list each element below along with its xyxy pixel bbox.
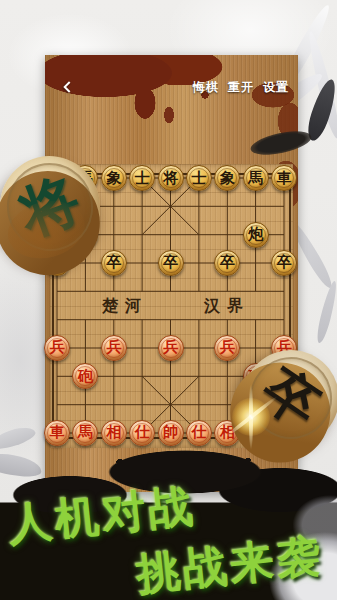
- piece-black-車[interactable]: 車: [271, 165, 297, 191]
- piece-red-兵[interactable]: 兵: [158, 335, 184, 361]
- piece-character: 士: [191, 171, 206, 186]
- piece-black-卒[interactable]: 卒: [101, 250, 127, 276]
- piece-black-卒[interactable]: 卒: [158, 250, 184, 276]
- piece-red-兵[interactable]: 兵: [44, 335, 70, 361]
- piece-red-帥[interactable]: 帥: [158, 420, 184, 446]
- river-label-chu: 楚河: [102, 296, 148, 317]
- piece-character: 馬: [248, 171, 263, 186]
- piece-character: 仕: [191, 425, 206, 440]
- piece-character: 象: [220, 171, 235, 186]
- undo-button[interactable]: 悔棋: [193, 79, 219, 96]
- piece-black-炮[interactable]: 炮: [243, 222, 269, 248]
- piece-character: 卒: [106, 255, 121, 270]
- piece-character: 車: [277, 171, 292, 186]
- piece-character: 馬: [78, 425, 93, 440]
- piece-red-兵[interactable]: 兵: [101, 335, 127, 361]
- piece-character: 炮: [248, 227, 263, 242]
- piece-red-車[interactable]: 車: [44, 420, 70, 446]
- piece-character: 士: [135, 171, 150, 186]
- menu-bar: 悔棋 重开 设置: [193, 79, 289, 96]
- piece-character: 卒: [277, 255, 292, 270]
- back-button[interactable]: [60, 79, 78, 97]
- piece-character: 卒: [220, 255, 235, 270]
- top-bar: 悔棋 重开 设置: [45, 77, 298, 99]
- piece-character: 象: [106, 171, 121, 186]
- piece-black-馬[interactable]: 馬: [243, 165, 269, 191]
- screenshot-canvas: 悔棋 重开 设置 楚河 汉界 車馬象士将士象馬車炮炮卒卒卒卒卒兵兵兵兵兵砲砲車馬…: [0, 0, 337, 600]
- settings-button[interactable]: 设置: [263, 79, 289, 96]
- piece-character: 相: [106, 425, 121, 440]
- piece-character: 兵: [50, 340, 65, 355]
- piece-black-将[interactable]: 将: [158, 165, 184, 191]
- piece-red-相[interactable]: 相: [101, 420, 127, 446]
- ink-wash-mark: [0, 423, 37, 452]
- restart-button[interactable]: 重开: [228, 79, 254, 96]
- piece-character: 将: [163, 171, 178, 186]
- piece-character: 卒: [163, 255, 178, 270]
- piece-red-仕[interactable]: 仕: [186, 420, 212, 446]
- piece-character: 帥: [163, 425, 178, 440]
- piece-character: 仕: [135, 425, 150, 440]
- piece-character: 兵: [220, 340, 235, 355]
- back-chevron-icon: [63, 81, 74, 92]
- piece-red-仕[interactable]: 仕: [129, 420, 155, 446]
- piece-character: 砲: [78, 369, 93, 384]
- decor-soldier-character: 卒: [248, 353, 334, 444]
- piece-character: 兵: [106, 340, 121, 355]
- piece-character: 兵: [163, 340, 178, 355]
- river-label-han: 汉界: [204, 296, 250, 317]
- bamboo-leaf-icon: [314, 280, 337, 345]
- piece-black-士[interactable]: 士: [186, 165, 212, 191]
- piece-black-象[interactable]: 象: [101, 165, 127, 191]
- piece-character: 車: [50, 425, 65, 440]
- maroon-ink-splash: [45, 55, 298, 145]
- piece-black-士[interactable]: 士: [129, 165, 155, 191]
- piece-black-卒[interactable]: 卒: [271, 250, 297, 276]
